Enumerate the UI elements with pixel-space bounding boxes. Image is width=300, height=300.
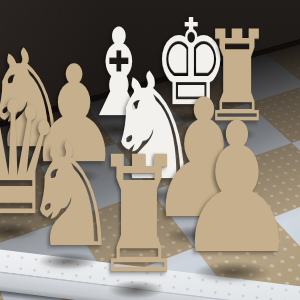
piece-tan-rook-c2[interactable]: ♜	[94, 135, 183, 296]
chess-set-photo: ♚♝♞♜♞♟♛♟♞♟♜	[0, 0, 300, 300]
piece-tan-pawn-f3[interactable]: ♟	[174, 99, 300, 279]
pieces-layer: ♚♝♞♜♞♟♛♟♞♟♜	[0, 0, 300, 300]
